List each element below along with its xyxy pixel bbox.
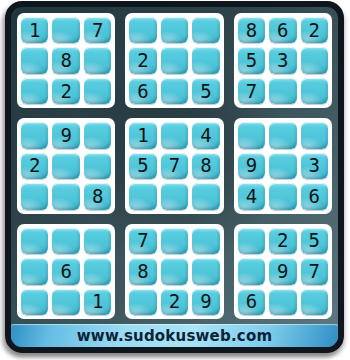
box-3-3: 25976 <box>234 224 332 319</box>
cell-r4c6[interactable]: 4 <box>192 122 219 148</box>
footer-banner: www.sudokusweb.com <box>11 324 338 347</box>
cell-r5c8[interactable] <box>269 153 296 179</box>
cell-r9c1[interactable] <box>21 289 48 315</box>
cell-r8c6[interactable] <box>192 258 219 284</box>
cell-r6c4[interactable] <box>129 183 156 209</box>
box-1-1: 1782 <box>17 13 115 108</box>
cell-r4c5[interactable] <box>161 122 188 148</box>
cell-r2c2[interactable]: 8 <box>52 47 79 73</box>
box-2-2: 14578 <box>125 118 223 213</box>
cell-r1c7[interactable]: 8 <box>238 17 265 43</box>
cell-r4c8[interactable] <box>269 122 296 148</box>
cell-r1c8[interactable]: 6 <box>269 17 296 43</box>
cell-r6c7[interactable]: 4 <box>238 183 265 209</box>
cell-r1c3[interactable]: 7 <box>84 17 111 43</box>
cell-r5c5[interactable]: 7 <box>161 153 188 179</box>
cell-r7c9[interactable]: 5 <box>301 228 328 254</box>
cell-r4c1[interactable] <box>21 122 48 148</box>
cell-r2c5[interactable] <box>161 47 188 73</box>
cell-r2c7[interactable]: 5 <box>238 47 265 73</box>
cell-r5c3[interactable] <box>84 153 111 179</box>
cell-r7c2[interactable] <box>52 228 79 254</box>
cell-r1c1[interactable]: 1 <box>21 17 48 43</box>
cell-r9c6[interactable]: 9 <box>192 289 219 315</box>
cell-r5c9[interactable]: 3 <box>301 153 328 179</box>
cell-r8c5[interactable] <box>161 258 188 284</box>
cell-r2c9[interactable] <box>301 47 328 73</box>
cell-r9c2[interactable] <box>52 289 79 315</box>
cell-r5c7[interactable]: 9 <box>238 153 265 179</box>
cell-r3c9[interactable] <box>301 78 328 104</box>
cell-r1c6[interactable] <box>192 17 219 43</box>
cell-r4c3[interactable] <box>84 122 111 148</box>
cell-r3c2[interactable]: 2 <box>52 78 79 104</box>
cell-r9c4[interactable] <box>129 289 156 315</box>
cell-r6c5[interactable] <box>161 183 188 209</box>
cell-r7c3[interactable] <box>84 228 111 254</box>
cell-r6c1[interactable] <box>21 183 48 209</box>
website-url: www.sudokusweb.com <box>77 327 272 345</box>
cell-r7c4[interactable]: 7 <box>129 228 156 254</box>
cell-r9c7[interactable]: 6 <box>238 289 265 315</box>
box-2-1: 928 <box>17 118 115 213</box>
cell-r8c9[interactable]: 7 <box>301 258 328 284</box>
cell-r3c7[interactable]: 7 <box>238 78 265 104</box>
box-2-3: 9346 <box>234 118 332 213</box>
cell-r7c5[interactable] <box>161 228 188 254</box>
cell-r3c5[interactable] <box>161 78 188 104</box>
cell-r8c1[interactable] <box>21 258 48 284</box>
cell-r9c5[interactable]: 2 <box>161 289 188 315</box>
cell-r3c6[interactable]: 5 <box>192 78 219 104</box>
cell-r7c8[interactable]: 2 <box>269 228 296 254</box>
cell-r1c2[interactable] <box>52 17 79 43</box>
cell-r8c8[interactable]: 9 <box>269 258 296 284</box>
sudoku-board: 178226586253792814578934661782925976 <box>11 7 338 324</box>
cell-r1c9[interactable]: 2 <box>301 17 328 43</box>
box-1-2: 265 <box>125 13 223 108</box>
cell-r9c9[interactable] <box>301 289 328 315</box>
cell-r2c4[interactable]: 2 <box>129 47 156 73</box>
box-3-2: 7829 <box>125 224 223 319</box>
cell-r9c8[interactable] <box>269 289 296 315</box>
cell-r6c8[interactable] <box>269 183 296 209</box>
cell-r4c7[interactable] <box>238 122 265 148</box>
cell-r1c4[interactable] <box>129 17 156 43</box>
cell-r8c2[interactable]: 6 <box>52 258 79 284</box>
cell-r3c4[interactable]: 6 <box>129 78 156 104</box>
cell-r9c3[interactable]: 1 <box>84 289 111 315</box>
cell-r7c7[interactable] <box>238 228 265 254</box>
cell-r7c1[interactable] <box>21 228 48 254</box>
cell-r8c4[interactable]: 8 <box>129 258 156 284</box>
cell-r6c9[interactable]: 6 <box>301 183 328 209</box>
cell-r6c3[interactable]: 8 <box>84 183 111 209</box>
sudoku-puzzle-frame: 178226586253792814578934661782925976 www… <box>5 1 344 353</box>
cell-r2c8[interactable]: 3 <box>269 47 296 73</box>
cell-r4c9[interactable] <box>301 122 328 148</box>
cell-r3c8[interactable] <box>269 78 296 104</box>
cell-r8c3[interactable] <box>84 258 111 284</box>
cell-r2c3[interactable] <box>84 47 111 73</box>
cell-r5c6[interactable]: 8 <box>192 153 219 179</box>
cell-r4c2[interactable]: 9 <box>52 122 79 148</box>
cell-r3c1[interactable] <box>21 78 48 104</box>
cell-r5c1[interactable]: 2 <box>21 153 48 179</box>
cell-r6c2[interactable] <box>52 183 79 209</box>
cell-r3c3[interactable] <box>84 78 111 104</box>
cell-r2c6[interactable] <box>192 47 219 73</box>
cell-r5c2[interactable] <box>52 153 79 179</box>
cell-r4c4[interactable]: 1 <box>129 122 156 148</box>
cell-r1c5[interactable] <box>161 17 188 43</box>
cell-r8c7[interactable] <box>238 258 265 284</box>
box-3-1: 61 <box>17 224 115 319</box>
cell-r2c1[interactable] <box>21 47 48 73</box>
cell-r6c6[interactable] <box>192 183 219 209</box>
box-1-3: 862537 <box>234 13 332 108</box>
cell-r5c4[interactable]: 5 <box>129 153 156 179</box>
cell-r7c6[interactable] <box>192 228 219 254</box>
